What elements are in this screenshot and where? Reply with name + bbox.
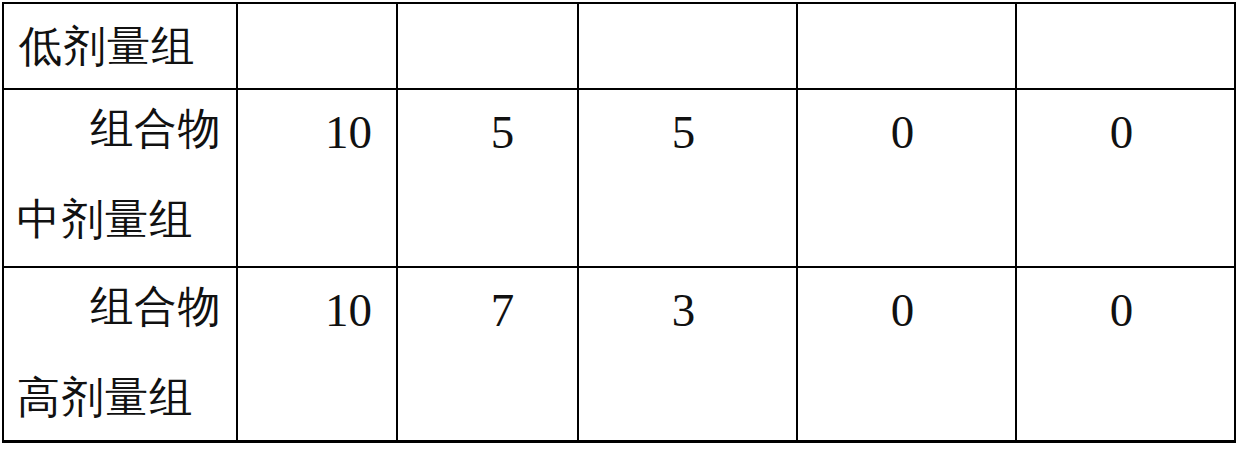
- value-text: 5: [672, 109, 696, 156]
- value-cell-empty: [798, 4, 1017, 90]
- label-cell-high-dose: 组合物 高剂量组: [4, 268, 238, 440]
- value-text: 0: [891, 287, 915, 334]
- value-cell: 0: [1017, 268, 1234, 440]
- value-cell: 0: [798, 90, 1017, 268]
- value-cell: 5: [398, 90, 579, 268]
- value-cell: 10: [238, 90, 398, 268]
- value-text: 0: [1110, 287, 1134, 334]
- value-cell: 5: [579, 90, 798, 268]
- value-cell: 3: [579, 268, 798, 440]
- label-cell-medium-dose: 组合物 中剂量组: [4, 90, 238, 268]
- value-text: 7: [491, 287, 515, 334]
- value-cell: 10: [238, 268, 398, 440]
- value-cell-empty: [1017, 4, 1234, 90]
- value-text: 0: [891, 109, 915, 156]
- value-cell-empty: [398, 4, 579, 90]
- value-text: 5: [491, 109, 515, 156]
- row-label-line-2: 中剂量组: [4, 197, 236, 243]
- value-cell: 0: [798, 268, 1017, 440]
- value-text: 3: [672, 287, 696, 334]
- row-label-line-2: 高剂量组: [4, 375, 236, 421]
- dose-group-table: 低剂量组 组合物 中剂量组 10 5 5 0 0 组合物 高剂量组 10 7 3…: [2, 2, 1236, 443]
- value-cell-empty: [238, 4, 398, 90]
- value-cell: 7: [398, 268, 579, 440]
- row-label: 低剂量组: [4, 24, 236, 70]
- label-cell-low-dose: 低剂量组: [4, 4, 238, 90]
- value-cell: 0: [1017, 90, 1234, 268]
- value-text: 0: [1110, 109, 1134, 156]
- row-label-line-1: 组合物: [4, 284, 236, 330]
- value-cell-empty: [579, 4, 798, 90]
- document-page: 低剂量组 组合物 中剂量组 10 5 5 0 0 组合物 高剂量组 10 7 3…: [0, 0, 1240, 452]
- row-label-line-1: 组合物: [4, 106, 236, 152]
